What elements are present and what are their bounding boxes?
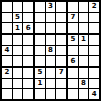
given-digit: 1	[15, 25, 20, 32]
sudoku-box: 27	[68, 2, 99, 33]
sudoku-cell-r9c6[interactable]	[56, 89, 66, 99]
sudoku-cell-r5c5[interactable]: 8	[46, 46, 56, 56]
sudoku-cell-r5c4[interactable]	[35, 46, 45, 56]
given-digit: 6	[70, 58, 75, 65]
given-digit: 2	[92, 3, 97, 10]
sudoku-cell-r8c6[interactable]	[56, 79, 66, 89]
sudoku-cell-r3c1[interactable]	[2, 23, 12, 33]
sudoku-cell-r5c1[interactable]: 4	[2, 46, 12, 56]
sudoku-board: 51632748516257184	[0, 0, 101, 101]
sudoku-cell-r5c3[interactable]	[23, 46, 33, 56]
sudoku-cell-r2c7[interactable]: 7	[68, 13, 78, 23]
sudoku-cell-r4c4[interactable]	[35, 35, 45, 45]
sudoku-cell-r4c3[interactable]	[23, 35, 33, 45]
sudoku-cell-r7c4[interactable]: 5	[35, 68, 45, 78]
given-digit: 8	[48, 47, 53, 54]
sudoku-cell-r6c5[interactable]	[46, 56, 56, 66]
sudoku-cell-r7c1[interactable]: 2	[2, 68, 12, 78]
sudoku-box: 571	[35, 68, 66, 99]
given-digit: 8	[81, 80, 86, 87]
sudoku-cell-r8c7[interactable]	[68, 79, 78, 89]
sudoku-cell-r4c7[interactable]: 5	[68, 35, 78, 45]
given-digit: 2	[4, 69, 9, 76]
sudoku-cell-r7c3[interactable]	[23, 68, 33, 78]
sudoku-cell-r3c9[interactable]	[89, 23, 99, 33]
sudoku-cell-r8c8[interactable]: 8	[79, 79, 89, 89]
sudoku-cell-r3c2[interactable]: 1	[13, 23, 23, 33]
sudoku-cell-r5c2[interactable]	[13, 46, 23, 56]
given-digit: 3	[48, 3, 53, 10]
sudoku-cell-r3c8[interactable]	[79, 23, 89, 33]
sudoku-cell-r4c9[interactable]	[89, 35, 99, 45]
sudoku-cell-r2c2[interactable]: 5	[13, 13, 23, 23]
sudoku-cell-r9c3[interactable]	[23, 89, 33, 99]
sudoku-cell-r9c2[interactable]	[13, 89, 23, 99]
sudoku-cell-r1c7[interactable]	[68, 2, 78, 12]
sudoku-box: 516	[68, 35, 99, 66]
sudoku-cell-r1c4[interactable]	[35, 2, 45, 12]
sudoku-cell-r6c2[interactable]	[13, 56, 23, 66]
given-digit: 6	[26, 25, 31, 32]
sudoku-box: 84	[68, 68, 99, 99]
sudoku-cell-r4c1[interactable]	[2, 35, 12, 45]
sudoku-cell-r3c5[interactable]	[46, 23, 56, 33]
given-digit: 1	[81, 36, 86, 43]
sudoku-cell-r1c6[interactable]	[56, 2, 66, 12]
given-digit: 7	[59, 69, 64, 76]
sudoku-cell-r4c8[interactable]: 1	[79, 35, 89, 45]
sudoku-cell-r1c1[interactable]	[2, 2, 12, 12]
sudoku-cell-r6c8[interactable]	[79, 56, 89, 66]
sudoku-cell-r6c3[interactable]	[23, 56, 33, 66]
sudoku-cell-r7c8[interactable]	[79, 68, 89, 78]
sudoku-cell-r6c9[interactable]	[89, 56, 99, 66]
sudoku-cell-r4c2[interactable]	[13, 35, 23, 45]
sudoku-cell-r8c1[interactable]	[2, 79, 12, 89]
sudoku-cell-r2c1[interactable]	[2, 13, 12, 23]
sudoku-cell-r8c2[interactable]	[13, 79, 23, 89]
sudoku-cell-r6c1[interactable]	[2, 56, 12, 66]
sudoku-puzzle: 51632748516257184	[0, 0, 101, 101]
sudoku-cell-r8c5[interactable]	[46, 79, 56, 89]
given-digit: 4	[4, 47, 9, 54]
sudoku-cell-r3c7[interactable]	[68, 23, 78, 33]
sudoku-box: 516	[2, 2, 33, 33]
sudoku-cell-r9c5[interactable]	[46, 89, 56, 99]
sudoku-cell-r6c7[interactable]: 6	[68, 56, 78, 66]
sudoku-cell-r7c5[interactable]	[46, 68, 56, 78]
sudoku-cell-r2c8[interactable]	[79, 13, 89, 23]
sudoku-cell-r6c6[interactable]	[56, 56, 66, 66]
sudoku-cell-r5c7[interactable]	[68, 46, 78, 56]
sudoku-cell-r1c2[interactable]	[13, 2, 23, 12]
sudoku-box: 8	[35, 35, 66, 66]
sudoku-cell-r9c4[interactable]	[35, 89, 45, 99]
sudoku-cell-r2c5[interactable]	[46, 13, 56, 23]
given-digit: 1	[37, 80, 42, 87]
sudoku-cell-r5c9[interactable]	[89, 46, 99, 56]
sudoku-cell-r9c1[interactable]	[2, 89, 12, 99]
sudoku-cell-r8c4[interactable]: 1	[35, 79, 45, 89]
given-digit: 5	[37, 69, 42, 76]
sudoku-cell-r7c9[interactable]	[89, 68, 99, 78]
sudoku-cell-r5c8[interactable]	[79, 46, 89, 56]
given-digit: 5	[15, 14, 20, 21]
given-digit: 7	[70, 14, 75, 21]
sudoku-box: 2	[2, 68, 33, 99]
sudoku-cell-r3c6[interactable]	[56, 23, 66, 33]
sudoku-cell-r3c4[interactable]	[35, 23, 45, 33]
sudoku-cell-r5c6[interactable]	[56, 46, 66, 56]
sudoku-cell-r7c7[interactable]	[68, 68, 78, 78]
given-digit: 4	[92, 91, 97, 98]
sudoku-cell-r9c8[interactable]	[79, 89, 89, 99]
sudoku-cell-r1c8[interactable]	[79, 2, 89, 12]
sudoku-cell-r2c3[interactable]	[23, 13, 33, 23]
sudoku-cell-r2c6[interactable]	[56, 13, 66, 23]
sudoku-cell-r4c5[interactable]	[46, 35, 56, 45]
sudoku-cell-r8c9[interactable]	[89, 79, 99, 89]
sudoku-box: 4	[2, 35, 33, 66]
sudoku-cell-r2c4[interactable]	[35, 13, 45, 23]
sudoku-cell-r7c6[interactable]: 7	[56, 68, 66, 78]
sudoku-cell-r8c3[interactable]	[23, 79, 33, 89]
sudoku-cell-r7c2[interactable]	[13, 68, 23, 78]
sudoku-cell-r1c5[interactable]: 3	[46, 2, 56, 12]
sudoku-cell-r3c3[interactable]: 6	[23, 23, 33, 33]
given-digit: 5	[70, 36, 75, 43]
sudoku-cell-r6c4[interactable]	[35, 56, 45, 66]
sudoku-cell-r1c3[interactable]	[23, 2, 33, 12]
sudoku-cell-r2c9[interactable]	[89, 13, 99, 23]
sudoku-cell-r1c9[interactable]: 2	[89, 2, 99, 12]
sudoku-box: 3	[35, 2, 66, 33]
sudoku-cell-r9c9[interactable]: 4	[89, 89, 99, 99]
sudoku-cell-r9c7[interactable]	[68, 89, 78, 99]
sudoku-cell-r4c6[interactable]	[56, 35, 66, 45]
